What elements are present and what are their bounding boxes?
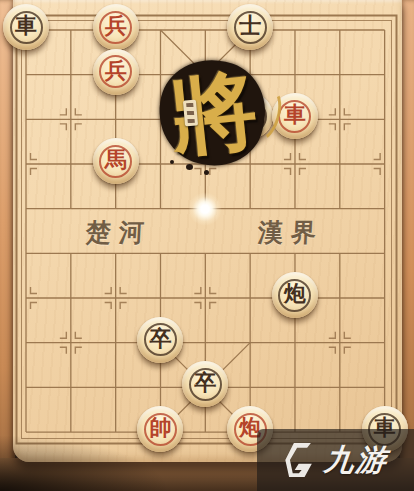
piece-black-f7r7[interactable]: 炮: [272, 272, 318, 318]
piece-glyph: 炮: [284, 283, 306, 305]
river-label-han-jie: 漢界: [257, 216, 325, 249]
river-label-chu-he: 楚河: [85, 216, 153, 249]
jiuyou-watermark: 九游: [257, 429, 414, 491]
piece-glyph: 馬: [105, 149, 127, 171]
mini-seal-stamp: [183, 99, 198, 126]
piece-glyph: 卒: [149, 328, 171, 350]
piece-black-f4r8[interactable]: 卒: [137, 317, 183, 363]
check-jiang-glyph: 將: [159, 61, 268, 167]
piece-glyph: 車: [284, 104, 306, 126]
jiuyou-g-icon: [280, 440, 320, 480]
piece-glyph: 卒: [194, 372, 216, 394]
xiangqi-app-screenshot: 楚河 漢界 車 兵 士 兵 將 士 車 馬 炮: [0, 0, 414, 491]
sparkle-effect: [188, 192, 222, 226]
piece-glyph: 車: [15, 15, 37, 37]
piece-glyph: 兵: [105, 15, 127, 37]
piece-red-f3r1[interactable]: 兵: [93, 4, 139, 50]
piece-glyph: 士: [239, 15, 261, 37]
piece-black-f1r1[interactable]: 車: [3, 4, 49, 50]
piece-red-f3r2[interactable]: 兵: [93, 49, 139, 95]
piece-red-f3r4[interactable]: 馬: [93, 138, 139, 184]
jiuyou-watermark-text: 九游: [322, 440, 390, 481]
piece-black-f6r1[interactable]: 士: [227, 4, 273, 50]
piece-glyph: 兵: [105, 60, 127, 82]
piece-glyph: 帥: [149, 417, 171, 439]
